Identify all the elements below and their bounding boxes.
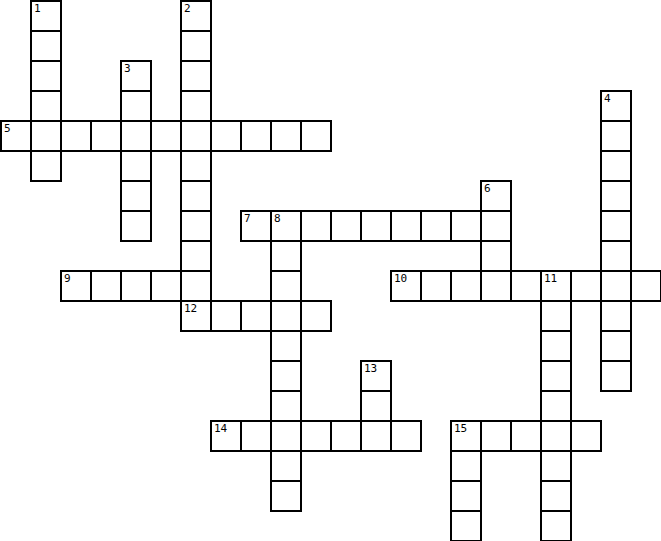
crossword-cell[interactable] [90, 120, 122, 152]
crossword-cell[interactable] [120, 90, 152, 122]
crossword-cell[interactable] [30, 60, 62, 92]
crossword-cell[interactable] [60, 120, 92, 152]
crossword-cell[interactable] [120, 180, 152, 212]
crossword-cell[interactable] [210, 300, 242, 332]
crossword-cell[interactable]: 3 [120, 60, 152, 92]
crossword-cell[interactable] [180, 90, 212, 122]
crossword-cell[interactable] [240, 120, 272, 152]
crossword-cell[interactable] [90, 270, 122, 302]
crossword-cell[interactable] [390, 420, 422, 452]
crossword-cell[interactable] [180, 240, 212, 272]
clue-number: 13 [364, 363, 377, 375]
clue-number: 6 [484, 183, 491, 195]
crossword-cell[interactable] [630, 270, 661, 302]
crossword-cell[interactable] [210, 120, 242, 152]
clue-number: 3 [124, 63, 131, 75]
crossword-cell[interactable] [180, 210, 212, 242]
crossword-cell[interactable] [600, 330, 632, 362]
crossword-cell[interactable] [240, 300, 272, 332]
clue-number: 1 [34, 3, 41, 15]
crossword-cell[interactable] [180, 120, 212, 152]
crossword-cell[interactable] [450, 510, 482, 541]
crossword-cell[interactable] [150, 270, 182, 302]
crossword-cell[interactable] [30, 90, 62, 122]
crossword-cell[interactable] [540, 300, 572, 332]
crossword-cell[interactable]: 4 [600, 90, 632, 122]
crossword-cell[interactable] [360, 210, 392, 242]
crossword-cell[interactable] [120, 120, 152, 152]
crossword-cell[interactable] [600, 360, 632, 392]
crossword-cell[interactable] [330, 420, 362, 452]
crossword-cell[interactable] [600, 120, 632, 152]
crossword-cell[interactable] [570, 420, 602, 452]
crossword-cell[interactable] [180, 270, 212, 302]
clue-number: 8 [274, 213, 281, 225]
crossword-cell[interactable]: 10 [390, 270, 422, 302]
crossword-cell[interactable] [450, 480, 482, 512]
crossword-cell[interactable] [270, 480, 302, 512]
crossword-cell[interactable] [270, 360, 302, 392]
crossword-cell[interactable]: 1 [30, 0, 62, 32]
crossword-cell[interactable] [540, 510, 572, 541]
crossword-cell[interactable]: 15 [450, 420, 482, 452]
crossword-cell[interactable] [450, 450, 482, 482]
crossword-cell[interactable] [540, 330, 572, 362]
clue-number: 4 [604, 93, 611, 105]
clue-number: 2 [184, 3, 191, 15]
crossword-cell[interactable] [360, 390, 392, 422]
crossword-cell[interactable] [600, 300, 632, 332]
crossword-cell[interactable] [420, 210, 452, 242]
crossword-cell[interactable] [270, 240, 302, 272]
crossword-cell[interactable]: 2 [180, 0, 212, 32]
crossword-cell[interactable]: 8 [270, 210, 302, 242]
crossword-cell[interactable] [510, 420, 542, 452]
crossword-cell[interactable] [330, 210, 362, 242]
crossword-cell[interactable] [450, 270, 482, 302]
crossword-cell[interactable] [360, 420, 392, 452]
crossword-cell[interactable] [180, 60, 212, 92]
crossword-cell[interactable] [540, 420, 572, 452]
crossword-cell[interactable]: 5 [0, 120, 32, 152]
crossword-cell[interactable] [480, 420, 512, 452]
crossword-cell[interactable] [180, 150, 212, 182]
crossword-cell[interactable] [540, 480, 572, 512]
clue-number: 10 [394, 273, 407, 285]
crossword-cell[interactable] [570, 270, 602, 302]
crossword-cell[interactable] [300, 210, 332, 242]
crossword-cell[interactable] [600, 180, 632, 212]
clue-number: 12 [184, 303, 197, 315]
crossword-grid: 123456789101112131415 [0, 0, 661, 541]
clue-number: 9 [64, 273, 71, 285]
crossword-cell[interactable] [600, 210, 632, 242]
clue-number: 15 [454, 423, 467, 435]
crossword-cell[interactable] [30, 120, 62, 152]
crossword-cell[interactable] [600, 240, 632, 272]
crossword-cell[interactable] [270, 120, 302, 152]
crossword-cell[interactable] [120, 270, 152, 302]
crossword-cell[interactable] [150, 120, 182, 152]
crossword-cell[interactable] [180, 180, 212, 212]
crossword-cell[interactable] [240, 420, 272, 452]
crossword-cell[interactable] [270, 390, 302, 422]
crossword-cell[interactable]: 9 [60, 270, 92, 302]
clue-number: 5 [4, 123, 11, 135]
crossword-cell[interactable] [450, 210, 482, 242]
crossword-cell[interactable] [300, 120, 332, 152]
crossword-cell[interactable] [30, 150, 62, 182]
crossword-cell[interactable] [540, 360, 572, 392]
crossword-cell[interactable] [600, 150, 632, 182]
crossword-cell[interactable] [540, 450, 572, 482]
crossword-cell[interactable] [30, 30, 62, 62]
clue-number: 14 [214, 423, 227, 435]
crossword-cell[interactable] [480, 210, 512, 242]
crossword-cell[interactable] [120, 210, 152, 242]
crossword-cell[interactable] [390, 210, 422, 242]
crossword-cell[interactable] [180, 30, 212, 62]
crossword-cell[interactable]: 12 [180, 300, 212, 332]
crossword-cell[interactable] [480, 270, 512, 302]
clue-number: 11 [544, 273, 557, 285]
crossword-cell[interactable]: 13 [360, 360, 392, 392]
crossword-cell[interactable] [270, 270, 302, 302]
crossword-cell[interactable] [540, 390, 572, 422]
crossword-cell[interactable] [300, 300, 332, 332]
crossword-cell[interactable] [420, 270, 452, 302]
crossword-cell[interactable] [510, 270, 542, 302]
crossword-cell[interactable]: 6 [480, 180, 512, 212]
crossword-cell[interactable] [270, 330, 302, 362]
crossword-cell[interactable] [480, 240, 512, 272]
crossword-cell[interactable] [270, 300, 302, 332]
crossword-cell[interactable] [600, 270, 632, 302]
crossword-cell[interactable]: 14 [210, 420, 242, 452]
clue-number: 7 [244, 213, 251, 225]
crossword-cell[interactable] [270, 420, 302, 452]
crossword-cell[interactable] [300, 420, 332, 452]
crossword-cell[interactable]: 7 [240, 210, 272, 242]
crossword-cell[interactable] [270, 450, 302, 482]
crossword-cell[interactable]: 11 [540, 270, 572, 302]
crossword-cell[interactable] [120, 150, 152, 182]
